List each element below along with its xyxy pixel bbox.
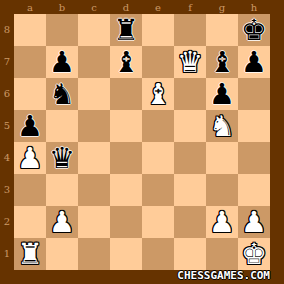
square-b6: ♞ (46, 78, 78, 110)
square-c8 (78, 14, 110, 46)
square-a8 (14, 14, 46, 46)
site-watermark: CHESSGAMES.COM (177, 268, 270, 284)
piece-black-rook: ♜ (110, 14, 142, 46)
piece-black-knight: ♞ (46, 78, 78, 110)
square-h2: ♟ (238, 206, 270, 238)
square-e3 (142, 174, 174, 206)
square-a2 (14, 206, 46, 238)
piece-black-king: ♚ (238, 14, 270, 46)
square-f3 (174, 174, 206, 206)
square-e2 (142, 206, 174, 238)
square-h5 (238, 110, 270, 142)
file-label-b: b (46, 0, 78, 15)
square-f8 (174, 14, 206, 46)
square-e6: ♝ (142, 78, 174, 110)
file-label-a: a (14, 0, 46, 15)
piece-black-pawn: ♟ (46, 46, 78, 78)
square-e5 (142, 110, 174, 142)
square-f5 (174, 110, 206, 142)
square-c2 (78, 206, 110, 238)
file-label-e: e (142, 0, 174, 15)
square-a6 (14, 78, 46, 110)
square-e8 (142, 14, 174, 46)
square-h1: ♚ (238, 238, 270, 270)
piece-black-pawn: ♟ (14, 110, 46, 142)
square-b5 (46, 110, 78, 142)
file-label-c: c (78, 0, 110, 15)
square-c4 (78, 142, 110, 174)
square-g6: ♟ (206, 78, 238, 110)
square-b4: ♛ (46, 142, 78, 174)
square-g1 (206, 238, 238, 270)
square-a3 (14, 174, 46, 206)
rank-label-8: 8 (0, 14, 14, 46)
piece-white-pawn: ♟ (238, 206, 270, 238)
file-label-f: f (174, 0, 206, 15)
file-label-g: g (206, 0, 238, 15)
square-a7 (14, 46, 46, 78)
square-d6 (110, 78, 142, 110)
file-labels: abcdefgh (14, 0, 270, 14)
square-b1 (46, 238, 78, 270)
rank-label-2: 2 (0, 206, 14, 238)
square-c3 (78, 174, 110, 206)
piece-white-knight: ♞ (206, 110, 238, 142)
piece-white-pawn: ♟ (46, 206, 78, 238)
piece-white-bishop: ♝ (142, 78, 174, 110)
square-d2 (110, 206, 142, 238)
rank-label-7: 7 (0, 46, 14, 78)
rank-labels: 87654321 (0, 14, 14, 270)
square-d4 (110, 142, 142, 174)
square-e7 (142, 46, 174, 78)
piece-black-pawn: ♟ (206, 78, 238, 110)
square-d7: ♝ (110, 46, 142, 78)
piece-black-bishop: ♝ (206, 46, 238, 78)
square-d8: ♜ (110, 14, 142, 46)
square-a5: ♟ (14, 110, 46, 142)
rank-label-5: 5 (0, 110, 14, 142)
square-g8 (206, 14, 238, 46)
square-f4 (174, 142, 206, 174)
square-h6 (238, 78, 270, 110)
rank-label-3: 3 (0, 174, 14, 206)
square-h7: ♟ (238, 46, 270, 78)
rank-label-6: 6 (0, 78, 14, 110)
rank-label-1: 1 (0, 238, 14, 270)
square-g4 (206, 142, 238, 174)
square-g2: ♟ (206, 206, 238, 238)
square-a1: ♜ (14, 238, 46, 270)
square-f6 (174, 78, 206, 110)
square-e1 (142, 238, 174, 270)
square-f7: ♛ (174, 46, 206, 78)
square-h8: ♚ (238, 14, 270, 46)
square-e4 (142, 142, 174, 174)
rank-label-4: 4 (0, 142, 14, 174)
piece-black-pawn: ♟ (238, 46, 270, 78)
square-a4: ♟ (14, 142, 46, 174)
square-b3 (46, 174, 78, 206)
square-d3 (110, 174, 142, 206)
piece-black-bishop: ♝ (110, 46, 142, 78)
square-g5: ♞ (206, 110, 238, 142)
piece-white-pawn: ♟ (14, 142, 46, 174)
piece-white-queen: ♛ (174, 46, 206, 78)
square-g7: ♝ (206, 46, 238, 78)
chess-board: ♜♚♟♝♛♝♟♞♝♟♟♞♟♛♟♟♟♜♚ (14, 14, 270, 270)
square-c5 (78, 110, 110, 142)
piece-white-king: ♚ (238, 238, 270, 270)
piece-white-rook: ♜ (14, 238, 46, 270)
chess-diagram: abcdefgh 87654321 ♜♚♟♝♛♝♟♞♝♟♟♞♟♛♟♟♟♜♚ CH… (0, 0, 284, 284)
square-c7 (78, 46, 110, 78)
piece-black-queen: ♛ (46, 142, 78, 174)
square-d5 (110, 110, 142, 142)
square-b2: ♟ (46, 206, 78, 238)
square-c6 (78, 78, 110, 110)
square-h4 (238, 142, 270, 174)
square-b8 (46, 14, 78, 46)
square-f1 (174, 238, 206, 270)
piece-white-pawn: ♟ (206, 206, 238, 238)
square-d1 (110, 238, 142, 270)
square-g3 (206, 174, 238, 206)
square-b7: ♟ (46, 46, 78, 78)
square-c1 (78, 238, 110, 270)
square-h3 (238, 174, 270, 206)
square-f2 (174, 206, 206, 238)
